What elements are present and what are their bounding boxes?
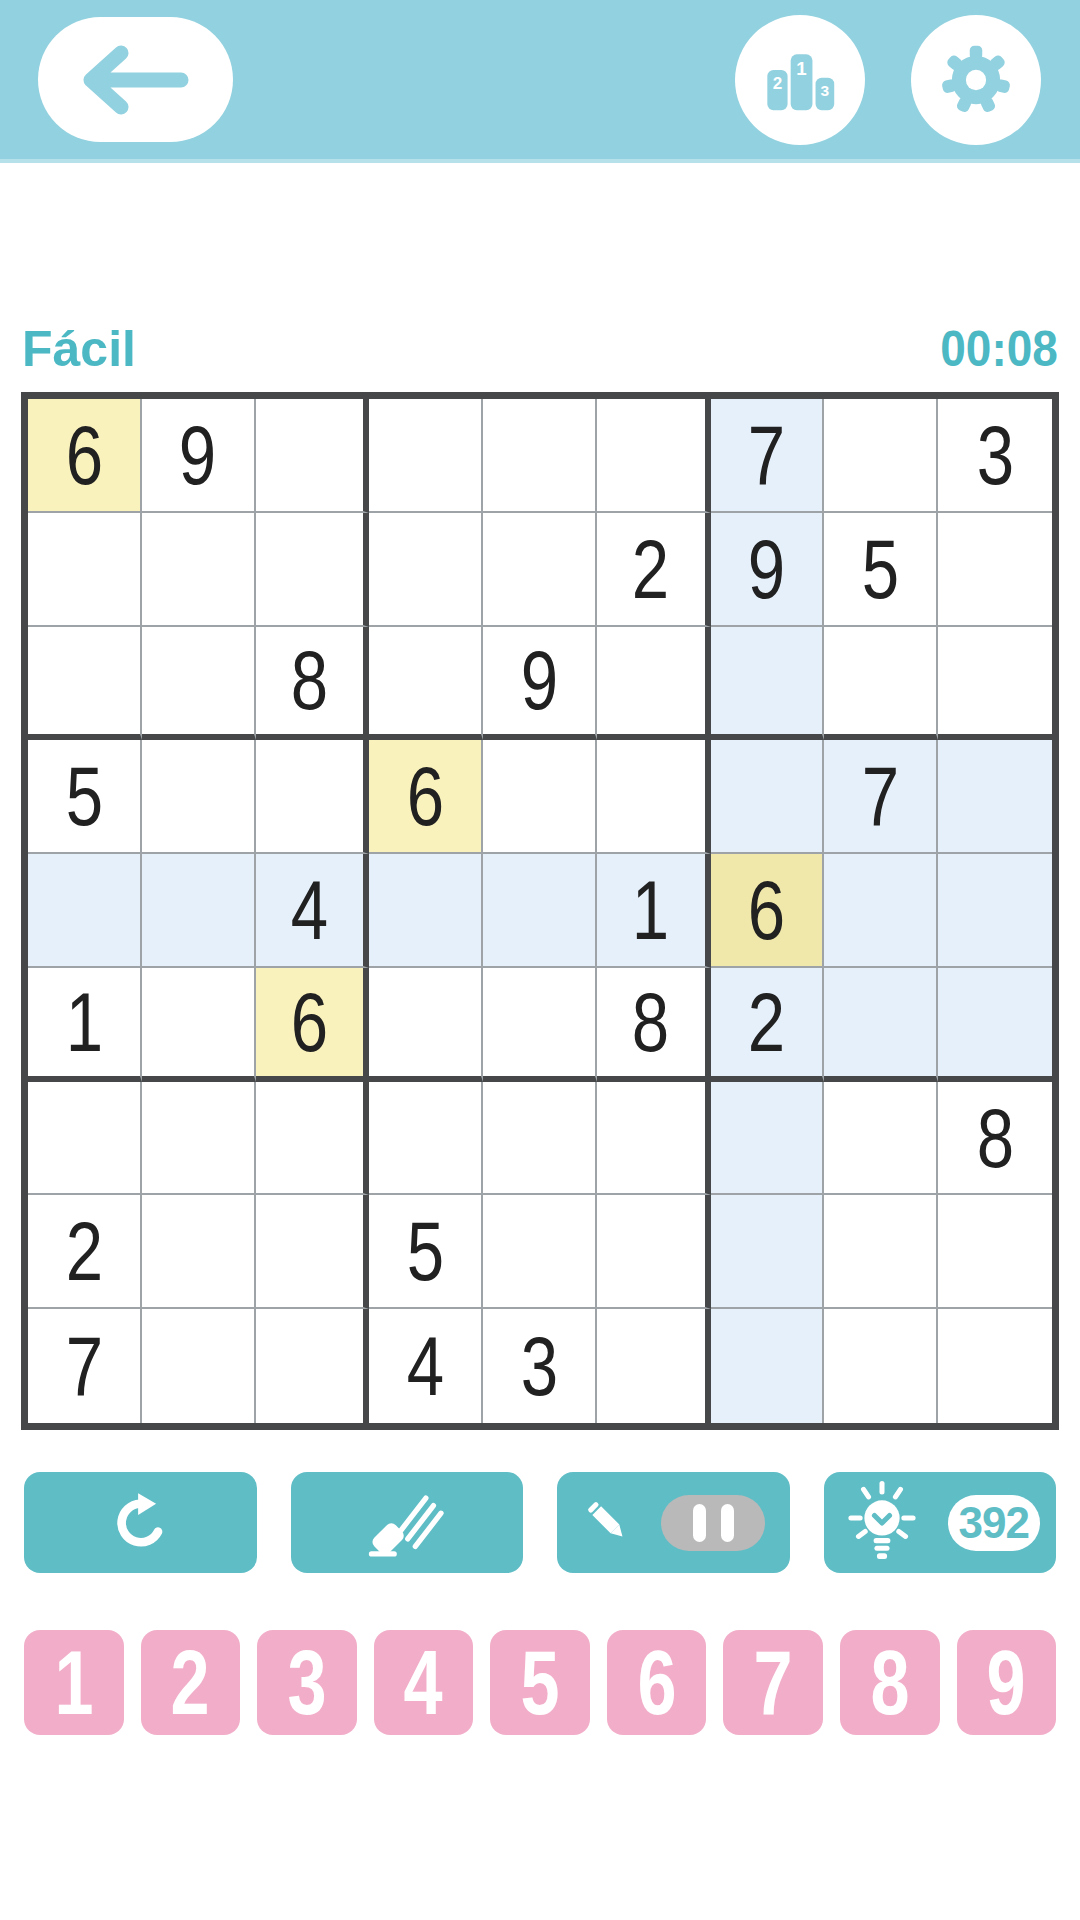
rank-3-label: 3 xyxy=(821,82,830,99)
cell-value: 5 xyxy=(65,754,102,838)
header-actions: 2 1 3 xyxy=(735,15,1041,145)
pencil-mode-button[interactable] xyxy=(557,1472,790,1573)
board-cell-r4c1[interactable]: 5 xyxy=(28,740,142,854)
board-cell-r4c8[interactable]: 7 xyxy=(824,740,938,854)
board-cell-r4c6[interactable] xyxy=(597,740,711,854)
board-cell-r2c6[interactable]: 2 xyxy=(597,513,711,627)
board-cell-r6c5[interactable] xyxy=(483,968,597,1082)
cell-value: 2 xyxy=(65,1209,102,1293)
board-cell-r6c8[interactable] xyxy=(824,968,938,1082)
pencil-toggle-switch xyxy=(661,1495,765,1551)
pencil-icon xyxy=(581,1495,637,1551)
toggle-bar xyxy=(693,1504,706,1542)
timer: 00:08 xyxy=(940,321,1058,377)
numpad-digit: 1 xyxy=(54,1638,93,1728)
numpad-button-3[interactable]: 3 xyxy=(257,1630,357,1735)
board-cell-r4c9[interactable] xyxy=(938,740,1052,854)
board-cell-r5c3[interactable]: 4 xyxy=(256,854,370,968)
board-cell-r3c5[interactable]: 9 xyxy=(483,627,597,741)
board-cell-r5c8[interactable] xyxy=(824,854,938,968)
toolbar: 392 xyxy=(24,1472,1056,1573)
leaderboard-button[interactable]: 2 1 3 xyxy=(735,15,865,145)
board-cell-r4c7[interactable] xyxy=(711,740,825,854)
numpad-button-4[interactable]: 4 xyxy=(374,1630,474,1735)
cell-value: 1 xyxy=(632,868,669,952)
board-cell-r3c7[interactable] xyxy=(711,627,825,741)
board-cell-r7c9[interactable]: 8 xyxy=(938,1082,1052,1196)
numpad-digit: 5 xyxy=(521,1638,560,1728)
board-cell-r4c4[interactable]: 6 xyxy=(369,740,483,854)
eraser-icon xyxy=(364,1489,450,1557)
board-cell-r9c2[interactable] xyxy=(142,1309,256,1423)
board-cell-r7c1[interactable] xyxy=(28,1082,142,1196)
board-cell-r5c4[interactable] xyxy=(369,854,483,968)
cell-value: 8 xyxy=(291,638,328,722)
board-cell-r3c6[interactable] xyxy=(597,627,711,741)
settings-button[interactable] xyxy=(911,15,1041,145)
board-cell-r9c8[interactable] xyxy=(824,1309,938,1423)
board-cell-r8c7[interactable] xyxy=(711,1195,825,1309)
numpad-button-1[interactable]: 1 xyxy=(24,1630,124,1735)
cell-value: 5 xyxy=(862,527,899,611)
board-cell-r1c3[interactable] xyxy=(256,399,370,513)
board-cell-r8c6[interactable] xyxy=(597,1195,711,1309)
gear-icon xyxy=(937,41,1015,119)
board-cell-r9c7[interactable] xyxy=(711,1309,825,1423)
numpad-button-9[interactable]: 9 xyxy=(957,1630,1057,1735)
cell-value: 4 xyxy=(291,868,328,952)
board-cell-r6c2[interactable] xyxy=(142,968,256,1082)
board-cell-r1c9[interactable]: 3 xyxy=(938,399,1052,513)
cell-value: 3 xyxy=(520,1324,557,1408)
rank-1-label: 1 xyxy=(796,57,806,78)
board-cell-r3c1[interactable] xyxy=(28,627,142,741)
board-cell-r9c9[interactable] xyxy=(938,1309,1052,1423)
numpad-digit: 3 xyxy=(287,1638,326,1728)
refresh-icon xyxy=(109,1490,171,1556)
board-cell-r1c4[interactable] xyxy=(369,399,483,513)
board-cell-r6c1[interactable]: 1 xyxy=(28,968,142,1082)
numpad-digit: 9 xyxy=(987,1638,1026,1728)
cell-value: 6 xyxy=(65,413,102,497)
cell-value: 9 xyxy=(179,413,216,497)
cell-value: 9 xyxy=(520,638,557,722)
numpad-button-5[interactable]: 5 xyxy=(490,1630,590,1735)
board-cell-r9c1[interactable]: 7 xyxy=(28,1309,142,1423)
difficulty-label: Fácil xyxy=(22,321,136,377)
board-cell-r7c2[interactable] xyxy=(142,1082,256,1196)
cell-value: 6 xyxy=(291,980,328,1064)
board-cell-r7c3[interactable] xyxy=(256,1082,370,1196)
cell-value: 3 xyxy=(976,413,1013,497)
board-cell-r9c4[interactable]: 4 xyxy=(369,1309,483,1423)
board-cell-r1c1[interactable]: 6 xyxy=(28,399,142,513)
board-cell-r8c9[interactable] xyxy=(938,1195,1052,1309)
lightbulb-icon xyxy=(840,1481,924,1565)
top-bar: 2 1 3 xyxy=(0,0,1080,163)
board-cell-r6c6[interactable]: 8 xyxy=(597,968,711,1082)
cell-value: 2 xyxy=(632,527,669,611)
cell-value: 7 xyxy=(862,754,899,838)
board-cell-r5c6[interactable]: 1 xyxy=(597,854,711,968)
board-cell-r3c3[interactable]: 8 xyxy=(256,627,370,741)
board-cell-r5c2[interactable] xyxy=(142,854,256,968)
board-cell-r2c5[interactable] xyxy=(483,513,597,627)
cell-value: 6 xyxy=(748,868,785,952)
board-cell-r8c1[interactable]: 2 xyxy=(28,1195,142,1309)
rank-2-label: 2 xyxy=(773,73,783,92)
restart-button[interactable] xyxy=(24,1472,257,1573)
board-cell-r7c4[interactable] xyxy=(369,1082,483,1196)
board-cell-r4c2[interactable] xyxy=(142,740,256,854)
board-cell-r2c4[interactable] xyxy=(369,513,483,627)
leaderboard-podium-icon: 2 1 3 xyxy=(761,45,839,115)
cell-value: 2 xyxy=(748,980,785,1064)
board-cell-r1c2[interactable]: 9 xyxy=(142,399,256,513)
back-arrow-icon xyxy=(77,43,195,117)
board-cell-r2c3[interactable] xyxy=(256,513,370,627)
toggle-bar xyxy=(721,1504,734,1542)
board-cell-r8c8[interactable] xyxy=(824,1195,938,1309)
board-cell-r5c9[interactable] xyxy=(938,854,1052,968)
board-cell-r1c5[interactable] xyxy=(483,399,597,513)
cell-value: 6 xyxy=(407,754,444,838)
cell-value: 7 xyxy=(748,413,785,497)
cell-value: 4 xyxy=(407,1324,444,1408)
board-cell-r2c8[interactable]: 5 xyxy=(824,513,938,627)
number-pad: 123456789 xyxy=(24,1630,1056,1735)
board-cell-r8c2[interactable] xyxy=(142,1195,256,1309)
board-cell-r9c6[interactable] xyxy=(597,1309,711,1423)
hint-count-badge: 392 xyxy=(948,1495,1040,1551)
board-cell-r9c5[interactable]: 3 xyxy=(483,1309,597,1423)
board-cell-r8c3[interactable] xyxy=(256,1195,370,1309)
board-cell-r1c7[interactable]: 7 xyxy=(711,399,825,513)
board-cell-r1c8[interactable] xyxy=(824,399,938,513)
cell-value: 9 xyxy=(748,527,785,611)
board-cell-r8c4[interactable]: 5 xyxy=(369,1195,483,1309)
board-cell-r5c7[interactable]: 6 xyxy=(711,854,825,968)
board-cell-r6c9[interactable] xyxy=(938,968,1052,1082)
board-cell-r1c6[interactable] xyxy=(597,399,711,513)
board-cell-r3c2[interactable] xyxy=(142,627,256,741)
board-cell-r5c1[interactable] xyxy=(28,854,142,968)
cell-value: 8 xyxy=(976,1096,1013,1180)
numpad-button-8[interactable]: 8 xyxy=(840,1630,940,1735)
numpad-button-6[interactable]: 6 xyxy=(607,1630,707,1735)
board-cell-r9c3[interactable] xyxy=(256,1309,370,1423)
board-cell-r4c5[interactable] xyxy=(483,740,597,854)
board-cell-r6c7[interactable]: 2 xyxy=(711,968,825,1082)
board-cell-r4c3[interactable] xyxy=(256,740,370,854)
status-row: Fácil 00:08 xyxy=(22,321,1058,377)
board-cell-r7c6[interactable] xyxy=(597,1082,711,1196)
numpad-digit: 6 xyxy=(637,1638,676,1728)
cell-value: 1 xyxy=(65,980,102,1064)
board-cell-r3c8[interactable] xyxy=(824,627,938,741)
board-cell-r8c5[interactable] xyxy=(483,1195,597,1309)
board-cell-r5c5[interactable] xyxy=(483,854,597,968)
back-button[interactable] xyxy=(38,17,233,142)
cell-value: 7 xyxy=(65,1324,102,1408)
board-cell-r2c7[interactable]: 9 xyxy=(711,513,825,627)
board-cell-r3c9[interactable] xyxy=(938,627,1052,741)
board-cell-r6c4[interactable] xyxy=(369,968,483,1082)
numpad-digit: 7 xyxy=(754,1638,793,1728)
cell-value: 5 xyxy=(407,1209,444,1293)
numpad-button-7[interactable]: 7 xyxy=(723,1630,823,1735)
sudoku-board: 6973295895674161682825743 xyxy=(21,392,1059,1430)
numpad-digit: 8 xyxy=(870,1638,909,1728)
numpad-digit: 4 xyxy=(404,1638,443,1728)
board-cell-r6c3[interactable]: 6 xyxy=(256,968,370,1082)
numpad-digit: 2 xyxy=(171,1638,210,1728)
board-cell-r3c4[interactable] xyxy=(369,627,483,741)
numpad-button-2[interactable]: 2 xyxy=(141,1630,241,1735)
board-cell-r2c9[interactable] xyxy=(938,513,1052,627)
board-cell-r2c2[interactable] xyxy=(142,513,256,627)
board-cell-r7c5[interactable] xyxy=(483,1082,597,1196)
cell-value: 8 xyxy=(632,980,669,1064)
board-cell-r2c1[interactable] xyxy=(28,513,142,627)
hint-button[interactable]: 392 xyxy=(824,1472,1057,1573)
board-cell-r7c7[interactable] xyxy=(711,1082,825,1196)
board-cell-r7c8[interactable] xyxy=(824,1082,938,1196)
eraser-button[interactable] xyxy=(291,1472,524,1573)
